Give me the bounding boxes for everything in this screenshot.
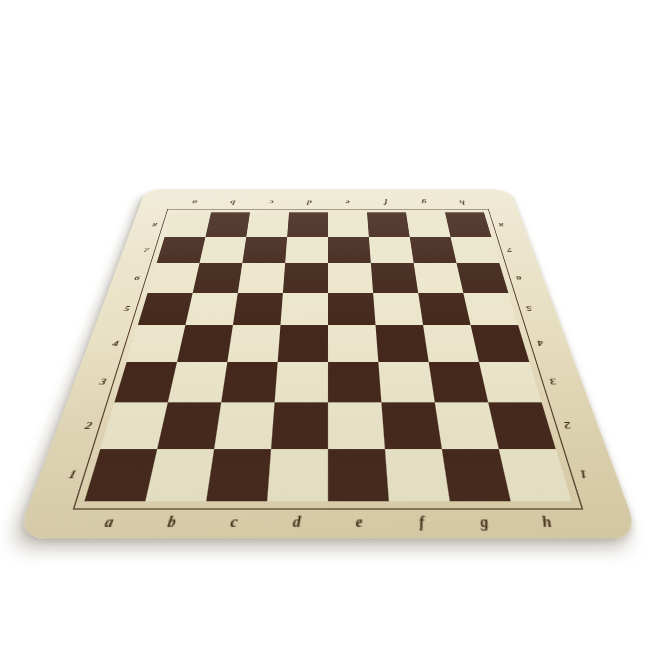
square-d4	[278, 325, 328, 361]
rank-label-right-5: 5	[525, 305, 533, 313]
square-d2	[271, 402, 328, 448]
rank-label-left-5: 5	[123, 305, 131, 313]
square-a8	[165, 212, 211, 236]
square-b6	[193, 263, 243, 292]
square-d1	[267, 449, 328, 502]
square-h5	[463, 293, 518, 326]
square-b2	[157, 402, 221, 448]
rank-label-right-6: 6	[515, 274, 522, 281]
square-a4	[127, 325, 186, 361]
rank-label-right-3: 3	[548, 377, 557, 386]
square-c7	[242, 237, 287, 264]
file-label-top-a: a	[191, 200, 197, 206]
square-f5	[373, 293, 423, 326]
square-g8	[406, 212, 451, 236]
square-e5	[328, 293, 376, 326]
file-label-bottom-h: h	[540, 514, 553, 529]
square-f6	[371, 263, 418, 292]
square-e7	[328, 237, 371, 264]
square-f7	[369, 237, 414, 264]
file-label-bottom-a: a	[103, 514, 115, 529]
rank-label-left-8: 8	[152, 221, 159, 227]
square-e1	[328, 449, 389, 502]
rank-label-left-6: 6	[134, 274, 141, 281]
square-c3	[221, 362, 277, 403]
square-b4	[177, 325, 233, 361]
square-e6	[328, 263, 373, 292]
file-label-top-d: d	[306, 200, 311, 206]
file-label-bottom-d: d	[292, 514, 301, 529]
square-h6	[457, 263, 509, 292]
file-label-top-e: e	[345, 200, 350, 206]
square-c5	[233, 293, 283, 326]
rank-label-right-4: 4	[536, 339, 544, 347]
square-f2	[381, 402, 441, 448]
rank-label-right-1: 1	[578, 468, 589, 480]
file-label-bottom-b: b	[166, 514, 177, 529]
square-c1	[206, 449, 271, 502]
square-b3	[168, 362, 228, 403]
square-c2	[214, 402, 274, 448]
square-c6	[238, 263, 285, 292]
square-d7	[285, 237, 328, 264]
vinyl-chess-mat: abcdefghabcdefgh8765432187654321	[16, 189, 640, 538]
square-b5	[185, 293, 237, 326]
square-g7	[410, 237, 457, 264]
file-label-top-g: g	[421, 200, 427, 206]
square-b8	[206, 212, 251, 236]
file-label-bottom-e: e	[355, 514, 363, 529]
product-photo: abcdefghabcdefgh8765432187654321	[0, 0, 658, 658]
rank-label-left-2: 2	[84, 419, 94, 430]
square-g6	[414, 263, 464, 292]
square-c4	[227, 325, 280, 361]
square-d8	[287, 212, 328, 236]
square-d5	[280, 293, 328, 326]
square-a6	[148, 263, 200, 292]
rank-label-left-3: 3	[99, 377, 108, 386]
square-g5	[418, 293, 470, 326]
square-e8	[328, 212, 369, 236]
square-h8	[445, 212, 491, 236]
file-label-bottom-g: g	[479, 514, 490, 529]
rank-label-right-7: 7	[506, 247, 513, 253]
square-b7	[199, 237, 246, 264]
rank-label-left-7: 7	[143, 247, 150, 253]
square-g3	[429, 362, 489, 403]
file-label-top-b: b	[229, 200, 235, 206]
square-c8	[246, 212, 289, 236]
square-h7	[450, 237, 499, 264]
rank-label-left-1: 1	[67, 468, 78, 480]
rank-label-left-4: 4	[112, 339, 120, 347]
rank-label-right-8: 8	[498, 221, 505, 227]
square-f8	[367, 212, 410, 236]
file-label-bottom-c: c	[230, 514, 239, 529]
square-f4	[376, 325, 429, 361]
square-g4	[423, 325, 479, 361]
rank-label-right-2: 2	[562, 419, 572, 430]
square-f1	[385, 449, 450, 502]
square-d6	[283, 263, 328, 292]
square-e3	[328, 362, 381, 403]
file-label-top-f: f	[383, 200, 387, 206]
square-e2	[328, 402, 385, 448]
square-e4	[328, 325, 378, 361]
square-d3	[275, 362, 328, 403]
square-a7	[157, 237, 206, 264]
file-label-top-c: c	[268, 200, 273, 206]
square-a5	[138, 293, 193, 326]
square-a3	[114, 362, 177, 403]
square-f3	[378, 362, 434, 403]
file-label-top-h: h	[458, 200, 465, 206]
square-b1	[145, 449, 214, 502]
file-label-bottom-f: f	[418, 514, 425, 529]
